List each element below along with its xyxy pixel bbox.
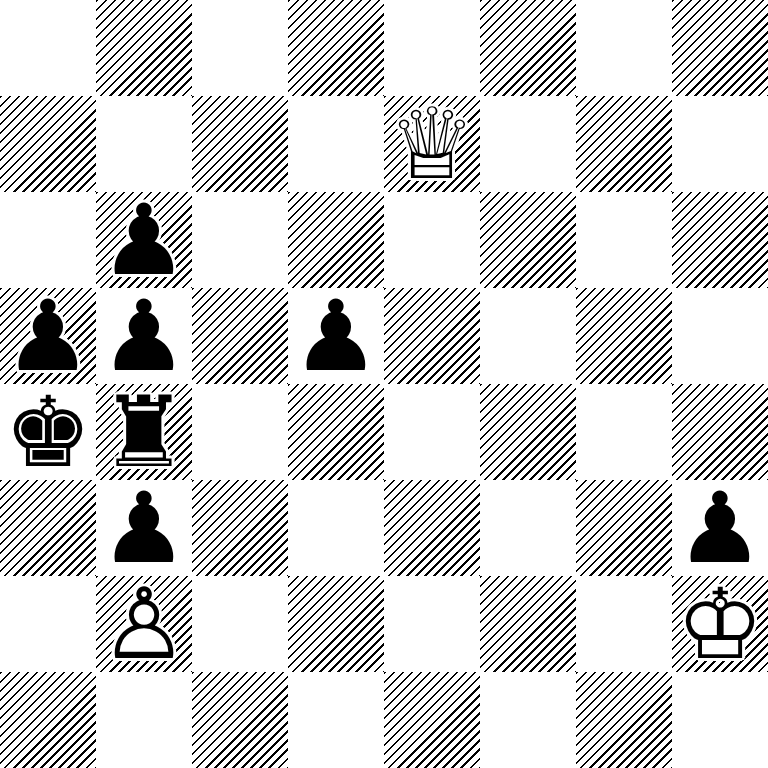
white-king-icon: ♔ bbox=[672, 576, 768, 672]
square-c6[interactable] bbox=[192, 192, 288, 288]
square-f5[interactable] bbox=[480, 288, 576, 384]
square-e7[interactable]: ♛♕ bbox=[384, 96, 480, 192]
black-rook-icon: ♜ bbox=[96, 384, 192, 480]
square-d7[interactable] bbox=[288, 96, 384, 192]
piece-white-king-h2[interactable]: ♚♔ bbox=[672, 576, 768, 672]
square-h8[interactable] bbox=[672, 0, 768, 96]
piece-black-pawn-b6[interactable]: ♟♟ bbox=[96, 192, 192, 288]
black-king-icon: ♚ bbox=[0, 384, 96, 480]
piece-black-pawn-a5[interactable]: ♟♟ bbox=[0, 288, 96, 384]
square-c5[interactable] bbox=[192, 288, 288, 384]
square-e1[interactable] bbox=[384, 672, 480, 768]
square-h6[interactable] bbox=[672, 192, 768, 288]
square-d1[interactable] bbox=[288, 672, 384, 768]
square-g7[interactable] bbox=[576, 96, 672, 192]
square-a3[interactable] bbox=[0, 480, 96, 576]
piece-black-pawn-b5[interactable]: ♟♟ bbox=[96, 288, 192, 384]
square-e4[interactable] bbox=[384, 384, 480, 480]
black-pawn-icon: ♟ bbox=[96, 288, 192, 384]
square-d6[interactable] bbox=[288, 192, 384, 288]
black-pawn-icon: ♟ bbox=[672, 480, 768, 576]
square-f1[interactable] bbox=[480, 672, 576, 768]
white-pawn-icon: ♙ bbox=[96, 576, 192, 672]
square-e6[interactable] bbox=[384, 192, 480, 288]
square-g1[interactable] bbox=[576, 672, 672, 768]
square-h7[interactable] bbox=[672, 96, 768, 192]
square-b1[interactable] bbox=[96, 672, 192, 768]
square-b7[interactable] bbox=[96, 96, 192, 192]
square-a5[interactable]: ♟♟ bbox=[0, 288, 96, 384]
black-pawn-icon: ♟ bbox=[288, 288, 384, 384]
square-c7[interactable] bbox=[192, 96, 288, 192]
chess-board: ♛♕♟♟♟♟♟♟♟♟♚♚♜♜♟♟♟♟♟♙♚♔ bbox=[0, 0, 768, 768]
square-c1[interactable] bbox=[192, 672, 288, 768]
square-b5[interactable]: ♟♟ bbox=[96, 288, 192, 384]
square-h3[interactable]: ♟♟ bbox=[672, 480, 768, 576]
square-a8[interactable] bbox=[0, 0, 96, 96]
square-f7[interactable] bbox=[480, 96, 576, 192]
piece-black-pawn-h3[interactable]: ♟♟ bbox=[672, 480, 768, 576]
black-pawn-icon: ♟ bbox=[0, 288, 96, 384]
square-b3[interactable]: ♟♟ bbox=[96, 480, 192, 576]
square-c2[interactable] bbox=[192, 576, 288, 672]
square-a4[interactable]: ♚♚ bbox=[0, 384, 96, 480]
square-h1[interactable] bbox=[672, 672, 768, 768]
square-f3[interactable] bbox=[480, 480, 576, 576]
square-d4[interactable] bbox=[288, 384, 384, 480]
square-g6[interactable] bbox=[576, 192, 672, 288]
square-c8[interactable] bbox=[192, 0, 288, 96]
white-queen-icon: ♕ bbox=[384, 96, 480, 192]
piece-white-pawn-b2[interactable]: ♟♙ bbox=[96, 576, 192, 672]
square-e3[interactable] bbox=[384, 480, 480, 576]
square-e2[interactable] bbox=[384, 576, 480, 672]
square-b8[interactable] bbox=[96, 0, 192, 96]
square-d3[interactable] bbox=[288, 480, 384, 576]
square-b2[interactable]: ♟♙ bbox=[96, 576, 192, 672]
piece-black-pawn-b3[interactable]: ♟♟ bbox=[96, 480, 192, 576]
square-b4[interactable]: ♜♜ bbox=[96, 384, 192, 480]
square-a1[interactable] bbox=[0, 672, 96, 768]
square-f2[interactable] bbox=[480, 576, 576, 672]
square-c3[interactable] bbox=[192, 480, 288, 576]
square-a2[interactable] bbox=[0, 576, 96, 672]
square-g4[interactable] bbox=[576, 384, 672, 480]
square-g2[interactable] bbox=[576, 576, 672, 672]
square-h2[interactable]: ♚♔ bbox=[672, 576, 768, 672]
square-a6[interactable] bbox=[0, 192, 96, 288]
square-g3[interactable] bbox=[576, 480, 672, 576]
square-c4[interactable] bbox=[192, 384, 288, 480]
square-f6[interactable] bbox=[480, 192, 576, 288]
black-pawn-icon: ♟ bbox=[96, 192, 192, 288]
square-e5[interactable] bbox=[384, 288, 480, 384]
square-g5[interactable] bbox=[576, 288, 672, 384]
piece-black-pawn-d5[interactable]: ♟♟ bbox=[288, 288, 384, 384]
square-a7[interactable] bbox=[0, 96, 96, 192]
square-b6[interactable]: ♟♟ bbox=[96, 192, 192, 288]
square-f8[interactable] bbox=[480, 0, 576, 96]
square-e8[interactable] bbox=[384, 0, 480, 96]
square-d2[interactable] bbox=[288, 576, 384, 672]
square-g8[interactable] bbox=[576, 0, 672, 96]
square-d8[interactable] bbox=[288, 0, 384, 96]
piece-black-king-a4[interactable]: ♚♚ bbox=[0, 384, 96, 480]
piece-black-rook-b4[interactable]: ♜♜ bbox=[96, 384, 192, 480]
square-d5[interactable]: ♟♟ bbox=[288, 288, 384, 384]
square-h5[interactable] bbox=[672, 288, 768, 384]
piece-white-queen-e7[interactable]: ♛♕ bbox=[384, 96, 480, 192]
square-f4[interactable] bbox=[480, 384, 576, 480]
square-h4[interactable] bbox=[672, 384, 768, 480]
black-pawn-icon: ♟ bbox=[96, 480, 192, 576]
